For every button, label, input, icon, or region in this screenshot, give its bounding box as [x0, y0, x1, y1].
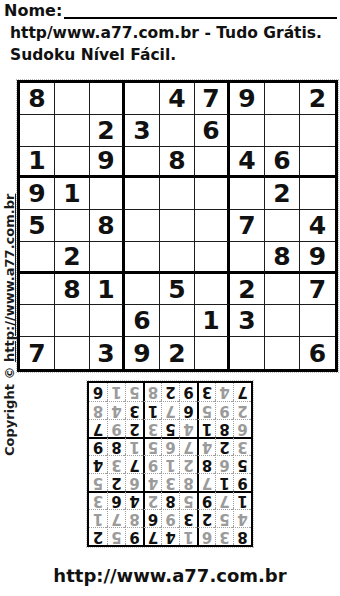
- solution-cell-r5c3: 8: [197, 455, 215, 473]
- puzzle-cell-r6c6[interactable]: [195, 242, 230, 274]
- puzzle-cell-r6c3[interactable]: [90, 242, 125, 274]
- solution-cell-r6c5: 6: [161, 437, 179, 455]
- solution-cell-r5c5: 1: [161, 455, 179, 473]
- puzzle-cell-r1c6: 7: [195, 83, 230, 115]
- solution-cell-r8c6: 1: [143, 401, 161, 419]
- solution-cell-r9c5: 2: [161, 383, 179, 401]
- puzzle-cell-r4c6[interactable]: [195, 178, 230, 210]
- puzzle-cell-r8c9[interactable]: [300, 305, 335, 337]
- solution-cell-r1c8: 5: [107, 527, 125, 545]
- solution-cell-r1c6: 7: [143, 527, 161, 545]
- solution-cell-r2c7: 8: [125, 509, 143, 527]
- solution-cell-r8c7: 3: [125, 401, 143, 419]
- puzzle-cell-r1c9: 2: [300, 83, 335, 115]
- solution-cell-r8c3: 5: [197, 401, 215, 419]
- puzzle-cell-r8c5[interactable]: [160, 305, 195, 337]
- puzzle-title: Sudoku Nível Fácil.: [10, 46, 176, 64]
- puzzle-cell-r4c5[interactable]: [160, 178, 195, 210]
- puzzle-cell-r3c5: 8: [160, 147, 195, 179]
- puzzle-cell-r5c9: 4: [300, 210, 335, 242]
- puzzle-cell-r6c2: 2: [55, 242, 90, 274]
- solution-cell-r5c1: 5: [233, 455, 251, 473]
- puzzle-cell-r1c5: 4: [160, 83, 195, 115]
- puzzle-cell-r4c1: 9: [20, 178, 55, 210]
- puzzle-cell-r1c1: 8: [20, 83, 55, 115]
- puzzle-cell-r6c1[interactable]: [20, 242, 55, 274]
- sudoku-solution-grid-upside-down: 8361479524523968711795824639178346255682…: [87, 381, 253, 547]
- solution-cell-r3c1: 1: [233, 491, 251, 509]
- puzzle-cell-r6c8: 8: [265, 242, 300, 274]
- puzzle-cell-r8c6: 1: [195, 305, 230, 337]
- solution-cell-r4c3: 7: [197, 473, 215, 491]
- solution-cell-r3c5: 8: [161, 491, 179, 509]
- solution-cell-r4c5: 3: [161, 473, 179, 491]
- solution-cell-r2c8: 7: [107, 509, 125, 527]
- footer-url-link[interactable]: http://www.a77.com.br: [0, 565, 340, 586]
- site-tagline: http/www.a77.com.br - Tudo Grátis.: [10, 24, 322, 42]
- copyright-prefix: Copyright ©: [2, 362, 17, 456]
- solution-cell-r6c6: 5: [143, 437, 161, 455]
- solution-cell-r6c7: 1: [125, 437, 143, 455]
- puzzle-cell-r8c2[interactable]: [55, 305, 90, 337]
- puzzle-cell-r4c9[interactable]: [300, 178, 335, 210]
- puzzle-cell-r7c9: 7: [300, 274, 335, 306]
- puzzle-cell-r5c5[interactable]: [160, 210, 195, 242]
- copyright-url-link[interactable]: http://www.a77.com.br: [2, 194, 17, 362]
- solution-cell-r4c4: 8: [179, 473, 197, 491]
- puzzle-cell-r1c3[interactable]: [90, 83, 125, 115]
- puzzle-cell-r3c4[interactable]: [125, 147, 160, 179]
- solution-cell-r3c6: 2: [143, 491, 161, 509]
- solution-cell-r7c2: 8: [215, 419, 233, 437]
- puzzle-cell-r7c4[interactable]: [125, 274, 160, 306]
- solution-cell-r5c8: 3: [107, 455, 125, 473]
- puzzle-cell-r9c8[interactable]: [265, 337, 300, 369]
- solution-cell-r8c2: 9: [215, 401, 233, 419]
- puzzle-cell-r6c9: 9: [300, 242, 335, 274]
- solution-cell-r9c7: 5: [125, 383, 143, 401]
- puzzle-cell-r3c7: 4: [230, 147, 265, 179]
- solution-cell-r2c9: 1: [89, 509, 107, 527]
- puzzle-cell-r8c3[interactable]: [90, 305, 125, 337]
- puzzle-cell-r5c8[interactable]: [265, 210, 300, 242]
- puzzle-cell-r2c7[interactable]: [230, 115, 265, 147]
- name-underline-field[interactable]: [64, 4, 337, 19]
- puzzle-cell-r8c7: 3: [230, 305, 265, 337]
- puzzle-cell-r8c1[interactable]: [20, 305, 55, 337]
- solution-cell-r9c1: 7: [233, 383, 251, 401]
- puzzle-cell-r7c2: 8: [55, 274, 90, 306]
- solution-cell-r5c2: 6: [215, 455, 233, 473]
- solution-cell-r4c9: 5: [89, 473, 107, 491]
- solution-cell-r8c5: 7: [161, 401, 179, 419]
- puzzle-cell-r9c9: 6: [300, 337, 335, 369]
- solution-cell-r8c4: 6: [179, 401, 197, 419]
- solution-cell-r1c7: 9: [125, 527, 143, 545]
- puzzle-cell-r5c1: 5: [20, 210, 55, 242]
- puzzle-cell-r7c6[interactable]: [195, 274, 230, 306]
- solution-cell-r3c8: 6: [107, 491, 125, 509]
- puzzle-cell-r8c4: 6: [125, 305, 160, 337]
- solution-cell-r6c1: 3: [233, 437, 251, 455]
- solution-cell-r7c7: 2: [125, 419, 143, 437]
- solution-cell-r4c1: 9: [233, 473, 251, 491]
- solution-cell-r6c8: 8: [107, 437, 125, 455]
- solution-cell-r3c2: 7: [215, 491, 233, 509]
- puzzle-cell-r9c5: 2: [160, 337, 195, 369]
- puzzle-cell-r3c9[interactable]: [300, 147, 335, 179]
- puzzle-cell-r2c6: 6: [195, 115, 230, 147]
- solution-cell-r7c1: 6: [233, 419, 251, 437]
- solution-cell-r5c4: 2: [179, 455, 197, 473]
- solution-cell-r9c3: 3: [197, 383, 215, 401]
- solution-cell-r9c8: 1: [107, 383, 125, 401]
- solution-cell-r7c6: 3: [143, 419, 161, 437]
- puzzle-cell-r7c3: 1: [90, 274, 125, 306]
- puzzle-cell-r4c4[interactable]: [125, 178, 160, 210]
- puzzle-cell-r4c8: 2: [265, 178, 300, 210]
- solution-cell-r2c1: 4: [233, 509, 251, 527]
- solution-cell-r7c9: 7: [89, 419, 107, 437]
- puzzle-cell-r3c3: 9: [90, 147, 125, 179]
- puzzle-cell-r6c7[interactable]: [230, 242, 265, 274]
- solution-cell-r6c4: 7: [179, 437, 197, 455]
- puzzle-cell-r2c2[interactable]: [55, 115, 90, 147]
- solution-cell-r2c5: 9: [161, 509, 179, 527]
- puzzle-cell-r3c2[interactable]: [55, 147, 90, 179]
- puzzle-cell-r2c9[interactable]: [300, 115, 335, 147]
- solution-cell-r3c3: 9: [197, 491, 215, 509]
- puzzle-cell-r1c8[interactable]: [265, 83, 300, 115]
- puzzle-cell-r9c7[interactable]: [230, 337, 265, 369]
- solution-cell-r2c3: 2: [197, 509, 215, 527]
- copyright-text: Copyright © http://www.a77.com.br: [2, 84, 18, 456]
- solution-cell-r1c5: 4: [161, 527, 179, 545]
- solution-cell-r6c9: 9: [89, 437, 107, 455]
- solution-cell-r1c1: 8: [233, 527, 251, 545]
- solution-cell-r8c1: 2: [233, 401, 251, 419]
- solution-cell-r9c9: 6: [89, 383, 107, 401]
- puzzle-cell-r5c2[interactable]: [55, 210, 90, 242]
- solution-cell-r5c6: 9: [143, 455, 161, 473]
- puzzle-cell-r4c7[interactable]: [230, 178, 265, 210]
- name-row: Nome:: [4, 2, 337, 19]
- solution-cell-r3c9: 3: [89, 491, 107, 509]
- solution-cell-r1c2: 3: [215, 527, 233, 545]
- sudoku-puzzle-grid: 847922361984691258742898152761373926: [17, 80, 338, 372]
- solution-cell-r1c3: 6: [197, 527, 215, 545]
- solution-cell-r7c8: 9: [107, 419, 125, 437]
- puzzle-cell-r9c4: 9: [125, 337, 160, 369]
- solution-cell-r9c2: 4: [215, 383, 233, 401]
- puzzle-cell-r7c8[interactable]: [265, 274, 300, 306]
- solution-cell-r2c2: 5: [215, 509, 233, 527]
- solution-cell-r2c6: 6: [143, 509, 161, 527]
- puzzle-cell-r2c1[interactable]: [20, 115, 55, 147]
- solution-cell-r6c2: 2: [215, 437, 233, 455]
- solution-cell-r8c8: 4: [107, 401, 125, 419]
- puzzle-cell-r9c1: 7: [20, 337, 55, 369]
- solution-cell-r9c4: 9: [179, 383, 197, 401]
- puzzle-cell-r6c5[interactable]: [160, 242, 195, 274]
- puzzle-cell-r1c7: 9: [230, 83, 265, 115]
- puzzle-cell-r3c8: 6: [265, 147, 300, 179]
- puzzle-cell-r2c8[interactable]: [265, 115, 300, 147]
- puzzle-cell-r7c5: 5: [160, 274, 195, 306]
- solution-cell-r3c7: 4: [125, 491, 143, 509]
- solution-cell-r8c9: 8: [89, 401, 107, 419]
- solution-cell-r2c4: 3: [179, 509, 197, 527]
- puzzle-cell-r5c3: 8: [90, 210, 125, 242]
- solution-cell-r5c7: 7: [125, 455, 143, 473]
- puzzle-cell-r1c4[interactable]: [125, 83, 160, 115]
- puzzle-cell-r5c7: 7: [230, 210, 265, 242]
- puzzle-cell-r9c3: 3: [90, 337, 125, 369]
- solution-cell-r6c3: 4: [197, 437, 215, 455]
- puzzle-cell-r5c6[interactable]: [195, 210, 230, 242]
- puzzle-cell-r8c8[interactable]: [265, 305, 300, 337]
- solution-cell-r7c3: 1: [197, 419, 215, 437]
- sudoku-worksheet-page: Nome: http/www.a77.com.br - Tudo Grátis.…: [0, 0, 340, 596]
- solution-cell-r7c5: 5: [161, 419, 179, 437]
- puzzle-cell-r2c5[interactable]: [160, 115, 195, 147]
- solution-cell-r3c4: 5: [179, 491, 197, 509]
- solution-cell-r5c9: 4: [89, 455, 107, 473]
- puzzle-cell-r7c1[interactable]: [20, 274, 55, 306]
- solution-cell-r4c8: 2: [107, 473, 125, 491]
- solution-cell-r7c4: 4: [179, 419, 197, 437]
- puzzle-cell-r4c2: 1: [55, 178, 90, 210]
- puzzle-cell-r3c1: 1: [20, 147, 55, 179]
- solution-cell-r9c6: 8: [143, 383, 161, 401]
- puzzle-cell-r2c3: 2: [90, 115, 125, 147]
- solution-cell-r4c6: 4: [143, 473, 161, 491]
- name-label: Nome:: [4, 2, 62, 19]
- puzzle-cell-r7c7: 2: [230, 274, 265, 306]
- puzzle-cell-r4c3[interactable]: [90, 178, 125, 210]
- puzzle-cell-r6c4[interactable]: [125, 242, 160, 274]
- puzzle-cell-r1c2[interactable]: [55, 83, 90, 115]
- solution-cell-r1c4: 1: [179, 527, 197, 545]
- puzzle-cell-r2c4: 3: [125, 115, 160, 147]
- solution-cell-r4c7: 6: [125, 473, 143, 491]
- puzzle-cell-r9c6[interactable]: [195, 337, 230, 369]
- puzzle-cell-r3c6[interactable]: [195, 147, 230, 179]
- solution-cell-r1c9: 2: [89, 527, 107, 545]
- puzzle-cell-r9c2[interactable]: [55, 337, 90, 369]
- puzzle-cell-r5c4[interactable]: [125, 210, 160, 242]
- solution-cell-r4c2: 1: [215, 473, 233, 491]
